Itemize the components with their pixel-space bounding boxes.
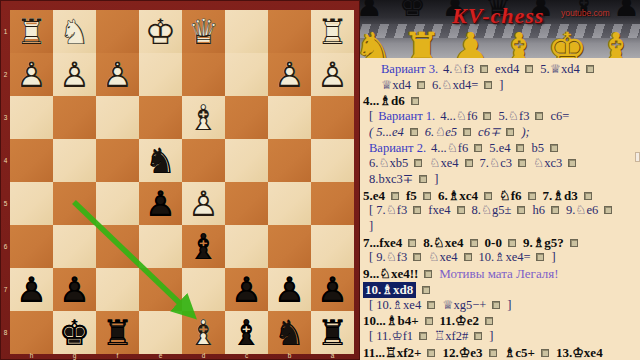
square[interactable]: ♟♙ xyxy=(311,268,354,311)
square[interactable] xyxy=(311,225,354,268)
move-line: 5.e4f56.♗xc4♘f67.♗d3 xyxy=(360,188,640,204)
square[interactable]: ♞♘ xyxy=(53,10,96,53)
white-knight-piece: ♞♘ xyxy=(53,10,96,53)
move-text[interactable]: 4...♘f6 xyxy=(440,109,477,123)
square[interactable] xyxy=(311,96,354,139)
square[interactable]: ♟♙ xyxy=(139,182,182,225)
move-text[interactable]: 6.♘e5 xyxy=(425,125,457,139)
move-line: 7...fxe48.♘xe40-09.♗g5? xyxy=(360,235,640,251)
move-text[interactable]: 5.e4 xyxy=(489,141,510,155)
move-marker-icon[interactable] xyxy=(586,65,594,73)
logo-text: KV-chess xyxy=(452,3,544,29)
move-text[interactable]: Вариант 2. xyxy=(369,141,426,155)
move-marker-icon[interactable] xyxy=(570,239,578,247)
white-pawn-piece: ♟♙ xyxy=(182,182,225,225)
move-marker-icon[interactable] xyxy=(427,301,435,309)
square[interactable]: ♛♕ xyxy=(182,10,225,53)
move-text[interactable]: fxe4 xyxy=(428,203,450,217)
move-line: ] xyxy=(360,219,640,235)
move-text[interactable]: Вариант 1. xyxy=(378,109,435,123)
square[interactable] xyxy=(96,225,139,268)
square[interactable]: ♜♖ xyxy=(311,10,354,53)
move-text[interactable]: 6.♗xc4 xyxy=(438,188,478,203)
move-marker-icon[interactable] xyxy=(541,349,549,357)
square[interactable] xyxy=(311,139,354,182)
move-marker-icon[interactable] xyxy=(413,253,421,261)
white-king-piece: ♚♔ xyxy=(139,10,182,53)
move-text[interactable]: 10...♗b4+ xyxy=(363,313,419,328)
square[interactable]: ♚♔ xyxy=(53,311,96,354)
square[interactable]: ♝♗ xyxy=(182,225,225,268)
square[interactable] xyxy=(225,225,268,268)
square[interactable] xyxy=(139,53,182,96)
square[interactable] xyxy=(311,182,354,225)
square[interactable] xyxy=(225,53,268,96)
move-text[interactable]: 9.♘e6 xyxy=(566,203,598,217)
move-line: Вариант 2.4...♘f65.e4b5 xyxy=(360,141,640,157)
move-marker-icon[interactable] xyxy=(604,206,612,214)
move-text[interactable]: f5 xyxy=(406,188,417,203)
square[interactable]: ♝♗ xyxy=(182,96,225,139)
square[interactable] xyxy=(225,139,268,182)
square[interactable] xyxy=(225,182,268,225)
file-label: h xyxy=(10,352,53,360)
square[interactable]: ♟♙ xyxy=(182,182,225,225)
white-rook-piece: ♜♖ xyxy=(10,10,53,53)
site-label: youtube.com xyxy=(561,8,610,18)
move-text[interactable]: [ 9.♘f3 xyxy=(369,250,407,264)
move-marker-icon[interactable] xyxy=(419,332,427,340)
move-text[interactable]: 8.♘xe4 xyxy=(423,235,463,250)
move-marker-icon[interactable] xyxy=(474,332,482,340)
move-line: [ 7.♘f3fxe48.♘g5±h69.♘e6 xyxy=(360,203,640,219)
white-rook-piece: ♜♖ xyxy=(311,10,354,53)
move-marker-icon[interactable] xyxy=(484,81,492,89)
move-text[interactable]: ( 5...e4 xyxy=(369,125,404,139)
square[interactable] xyxy=(268,182,311,225)
move-text[interactable]: 7.♗d3 xyxy=(543,188,578,203)
square[interactable] xyxy=(53,96,96,139)
square[interactable] xyxy=(10,225,53,268)
square[interactable]: ♟♙ xyxy=(225,268,268,311)
square[interactable]: ♞♘ xyxy=(268,311,311,354)
square[interactable]: ♜♖ xyxy=(96,311,139,354)
square[interactable]: ♜♖ xyxy=(10,10,53,53)
move-text[interactable]: ♘f6 xyxy=(499,188,521,203)
move-marker-icon[interactable] xyxy=(419,175,427,183)
move-marker-icon[interactable] xyxy=(424,270,432,278)
square[interactable]: ♞♘ xyxy=(139,139,182,182)
square[interactable] xyxy=(96,182,139,225)
square[interactable] xyxy=(10,182,53,225)
rank-label: 7 xyxy=(1,268,10,311)
move-marker-icon[interactable] xyxy=(411,97,419,105)
square[interactable] xyxy=(53,225,96,268)
black-pawn-piece: ♟♙ xyxy=(139,182,182,225)
square[interactable]: ♟♙ xyxy=(53,268,96,311)
file-label: f xyxy=(96,352,139,360)
move-text[interactable]: ♗c5+ xyxy=(504,345,535,360)
move-line: [Вариант 1.4...♘f65.♘f3c6= xyxy=(360,109,640,125)
move-marker-icon[interactable] xyxy=(408,239,416,247)
rank-label: 5 xyxy=(1,182,10,225)
move-marker-icon[interactable] xyxy=(464,253,472,261)
move-line: 9...♘xe4!!Мотивы мата Легаля! xyxy=(360,266,640,282)
white-pawn-piece: ♟♙ xyxy=(10,53,53,96)
move-marker-icon[interactable] xyxy=(485,317,493,325)
move-marker-icon[interactable] xyxy=(568,159,576,167)
move-text[interactable]: ] xyxy=(551,250,555,264)
square[interactable] xyxy=(96,139,139,182)
rank-coordinates: 12345678 xyxy=(1,10,10,354)
move-text[interactable]: 10.♗xe4= xyxy=(479,250,531,264)
move-text[interactable]: 4...♘f6 xyxy=(431,141,468,155)
move-text[interactable]: 6.♘xd4= xyxy=(432,78,478,92)
file-coordinates: hgfedcba xyxy=(10,352,354,360)
rank-label: 1 xyxy=(1,10,10,53)
move-marker-icon[interactable] xyxy=(525,65,533,73)
square[interactable] xyxy=(139,268,182,311)
rank-label: 4 xyxy=(1,139,10,182)
move-line: [ 9.♘f3♘xe410.♗xe4=] xyxy=(360,250,640,266)
move-text[interactable]: ] xyxy=(499,78,503,92)
move-marker-icon[interactable] xyxy=(536,253,544,261)
black-bishop-piece: ♝♗ xyxy=(225,311,268,354)
black-rook-piece: ♜♖ xyxy=(96,311,139,354)
square[interactable]: ♚♔ xyxy=(139,10,182,53)
rank-label: 8 xyxy=(1,311,10,354)
black-king-piece: ♚♔ xyxy=(53,311,96,354)
move-line: ♕xd46.♘xd4=] xyxy=(360,78,640,94)
file-label: b xyxy=(268,352,311,360)
move-marker-icon[interactable] xyxy=(492,301,500,309)
move-text[interactable]: [ 11.♔f1 xyxy=(369,329,413,343)
square[interactable]: ♟♙ xyxy=(311,53,354,96)
move-text[interactable]: 5.♘f3 xyxy=(498,109,529,123)
square[interactable] xyxy=(182,268,225,311)
move-line: 4...♗d6 xyxy=(360,93,640,109)
move-text[interactable]: c6= xyxy=(550,109,569,123)
square[interactable] xyxy=(96,96,139,139)
move-text[interactable]: ] xyxy=(507,298,511,312)
square[interactable]: ♟♙ xyxy=(268,268,311,311)
square[interactable] xyxy=(268,10,311,53)
file-label: c xyxy=(225,352,268,360)
square[interactable] xyxy=(10,139,53,182)
move-line: 8.bxc3∓] xyxy=(360,172,640,188)
rank-label: 2 xyxy=(1,53,10,96)
move-line: 6.♘xb5♘xe47.♘c3♘xc3 xyxy=(360,156,640,172)
move-text[interactable]: [ 10.♗xe4 xyxy=(369,298,421,312)
black-knight-piece: ♞♘ xyxy=(268,311,311,354)
white-pawn-piece: ♟♙ xyxy=(311,53,354,96)
square[interactable] xyxy=(268,139,311,182)
move-marker-icon[interactable] xyxy=(483,112,491,120)
move-text[interactable]: 12.♔e3 xyxy=(442,345,482,360)
notation-panel: ♟♚♟♛♟♝♟ ♞♜♟♝♚♝♞ KV-chess youtube.com Вар… xyxy=(360,0,640,360)
white-pawn-piece: ♟♙ xyxy=(53,53,96,96)
square[interactable]: ♜♖ xyxy=(311,311,354,354)
move-text[interactable]: c6∓ xyxy=(478,125,500,139)
move-marker-icon[interactable] xyxy=(391,192,399,200)
white-bishop-piece: ♝♗ xyxy=(182,96,225,139)
square[interactable] xyxy=(225,10,268,53)
move-text[interactable]: ] xyxy=(434,172,438,186)
square[interactable]: ♟♙ xyxy=(10,268,53,311)
square[interactable]: ♟♙ xyxy=(10,53,53,96)
app-window: 12345678 ♜♖♞♘♚♔♛♕♜♖♟♙♟♙♟♙♟♙♟♙♝♗♞♘♟♙♟♙♝♗♟… xyxy=(0,0,640,360)
square[interactable]: ♟♙ xyxy=(268,53,311,96)
square[interactable] xyxy=(268,225,311,268)
square[interactable] xyxy=(96,10,139,53)
black-pawn-piece: ♟♙ xyxy=(225,268,268,311)
square[interactable] xyxy=(139,311,182,354)
move-marker-icon[interactable] xyxy=(423,192,431,200)
move-text[interactable]: ] xyxy=(369,219,373,233)
move-marker-icon[interactable] xyxy=(457,206,465,214)
move-text[interactable]: h6 xyxy=(532,203,545,217)
move-text[interactable]: 4...♗d6 xyxy=(363,93,405,108)
black-rook-piece: ♜♖ xyxy=(311,311,354,354)
move-marker-icon[interactable] xyxy=(517,206,525,214)
move-text[interactable]: ♘xc3 xyxy=(533,156,562,170)
move-marker-icon[interactable] xyxy=(489,349,497,357)
move-marker-icon[interactable] xyxy=(470,239,478,247)
square[interactable] xyxy=(96,268,139,311)
move-text[interactable]: ♕xg5−+ xyxy=(442,298,486,312)
move-marker-icon[interactable] xyxy=(463,128,471,136)
move-text[interactable]: ♘xe4 xyxy=(428,250,457,264)
move-marker-icon[interactable] xyxy=(414,159,422,167)
move-marker-icon[interactable] xyxy=(584,192,592,200)
square[interactable] xyxy=(182,53,225,96)
move-text[interactable]: 8.♘g5± xyxy=(472,203,512,217)
file-label: a xyxy=(311,352,354,360)
move-marker-icon[interactable] xyxy=(417,81,425,89)
rank-label: 3 xyxy=(1,96,10,139)
white-pawn-piece: ♟♙ xyxy=(268,53,311,96)
move-marker-icon[interactable] xyxy=(508,239,516,247)
rank-label: 6 xyxy=(1,225,10,268)
move-marker-icon[interactable] xyxy=(465,159,473,167)
black-knight-piece: ♞♘ xyxy=(139,139,182,182)
square[interactable]: ♝♗ xyxy=(225,311,268,354)
move-marker-icon[interactable] xyxy=(518,159,526,167)
move-marker-icon[interactable] xyxy=(422,286,430,294)
move-marker-icon[interactable] xyxy=(410,128,418,136)
move-text[interactable]: 0-0 xyxy=(485,235,502,250)
moves-list[interactable]: Вариант 3.4.♘f3exd45.♕xd4♕xd46.♘xd4=]4..… xyxy=(360,58,640,360)
square[interactable]: ♟♙ xyxy=(96,53,139,96)
move-text[interactable]: [ 7.♘f3 xyxy=(369,203,407,217)
move-marker-icon[interactable] xyxy=(413,206,421,214)
black-pawn-piece: ♟♙ xyxy=(311,268,354,311)
move-marker-icon[interactable] xyxy=(550,144,558,152)
move-line: [ 11.♔f1♖xf2#] xyxy=(360,329,640,345)
header-photo: ♟♚♟♛♟♝♟ ♞♜♟♝♚♝♞ KV-chess youtube.com xyxy=(360,0,640,58)
move-marker-icon[interactable] xyxy=(516,144,524,152)
board-grid[interactable]: ♜♖♞♘♚♔♛♕♜♖♟♙♟♙♟♙♟♙♟♙♝♗♞♘♟♙♟♙♝♗♟♙♟♙♟♙♟♙♟♙… xyxy=(10,10,354,354)
square[interactable] xyxy=(139,225,182,268)
move-text[interactable]: ♘xe4 xyxy=(429,156,458,170)
move-line: [ 10.♗xe4♕xg5−+] xyxy=(360,298,640,314)
move-marker-icon[interactable] xyxy=(425,317,433,325)
move-text[interactable]: 7...fxe4 xyxy=(363,235,402,250)
move-line: ( 5...e46.♘e5c6∓); xyxy=(360,125,640,141)
square[interactable] xyxy=(10,311,53,354)
black-bishop-piece: ♝♗ xyxy=(182,225,225,268)
move-line: 10...♗b4+11.♔e2 xyxy=(360,313,640,329)
black-pawn-piece: ♟♙ xyxy=(268,268,311,311)
move-marker-icon[interactable] xyxy=(480,65,488,73)
move-text[interactable]: exd4 xyxy=(495,62,519,76)
move-marker-icon[interactable] xyxy=(528,192,536,200)
move-marker-icon[interactable] xyxy=(551,206,559,214)
white-pawn-piece: ♟♙ xyxy=(96,53,139,96)
square[interactable] xyxy=(53,139,96,182)
annotation-comment: Мотивы мата Легаля! xyxy=(439,266,558,281)
file-label: e xyxy=(139,352,182,360)
move-line: Вариант 3.4.♘f3exd45.♕xd4 xyxy=(360,62,640,78)
square[interactable] xyxy=(10,96,53,139)
square[interactable]: ♟♙ xyxy=(53,53,96,96)
chess-board: 12345678 ♜♖♞♘♚♔♛♕♜♖♟♙♟♙♟♙♟♙♟♙♝♗♞♘♟♙♟♙♝♗♟… xyxy=(0,0,360,360)
move-text[interactable]: b5 xyxy=(531,141,544,155)
move-marker-icon[interactable] xyxy=(535,112,543,120)
move-line: 10.♗xd8 xyxy=(360,282,640,298)
current-move-highlight[interactable]: 10.♗xd8 xyxy=(363,282,416,298)
move-marker-icon[interactable] xyxy=(474,144,482,152)
move-text[interactable]: ); xyxy=(521,125,529,139)
move-line: 11...♖xf2+12.♔e3♗c5+13.♔xe4 xyxy=(360,345,640,360)
square[interactable] xyxy=(139,96,182,139)
square[interactable] xyxy=(225,96,268,139)
move-text[interactable]: ] xyxy=(489,329,493,343)
move-text[interactable]: 5.e4 xyxy=(363,188,385,203)
black-pawn-piece: ♟♙ xyxy=(10,268,53,311)
move-marker-icon[interactable] xyxy=(484,192,492,200)
move-text[interactable]: 11.♔e2 xyxy=(440,313,479,328)
move-text[interactable]: 4.♘f3 xyxy=(443,62,474,76)
move-text[interactable]: 9.♗g5? xyxy=(523,235,564,250)
move-text[interactable]: ♕xd4 xyxy=(381,78,411,92)
move-text[interactable]: 11...♖xf2+ xyxy=(363,345,421,360)
square[interactable] xyxy=(268,96,311,139)
move-text[interactable]: 13.♔xe4 xyxy=(556,345,603,360)
move-text[interactable]: 8.bxc3∓ xyxy=(369,172,413,186)
move-text[interactable]: Вариант 3. xyxy=(381,62,438,76)
move-text[interactable]: 9...♘xe4!! xyxy=(363,266,418,281)
white-queen-piece: ♛♕ xyxy=(182,10,225,53)
scrollbar-thumb[interactable] xyxy=(635,152,640,162)
square[interactable] xyxy=(53,182,96,225)
file-label: g xyxy=(53,352,96,360)
move-text[interactable]: ♖xf2# xyxy=(434,329,468,343)
move-marker-icon[interactable] xyxy=(427,349,435,357)
move-text[interactable]: [ xyxy=(369,109,373,123)
square[interactable] xyxy=(182,139,225,182)
move-marker-icon[interactable] xyxy=(506,128,514,136)
move-text[interactable]: 7.♘c3 xyxy=(480,156,512,170)
file-label: d xyxy=(182,352,225,360)
move-text[interactable]: 6.♘xb5 xyxy=(369,156,408,170)
black-pawn-piece: ♟♙ xyxy=(53,268,96,311)
white-bishop-piece: ♝♗ xyxy=(182,311,225,354)
square[interactable]: ♝♗ xyxy=(182,311,225,354)
move-text[interactable]: 5.♕xd4 xyxy=(540,62,579,76)
